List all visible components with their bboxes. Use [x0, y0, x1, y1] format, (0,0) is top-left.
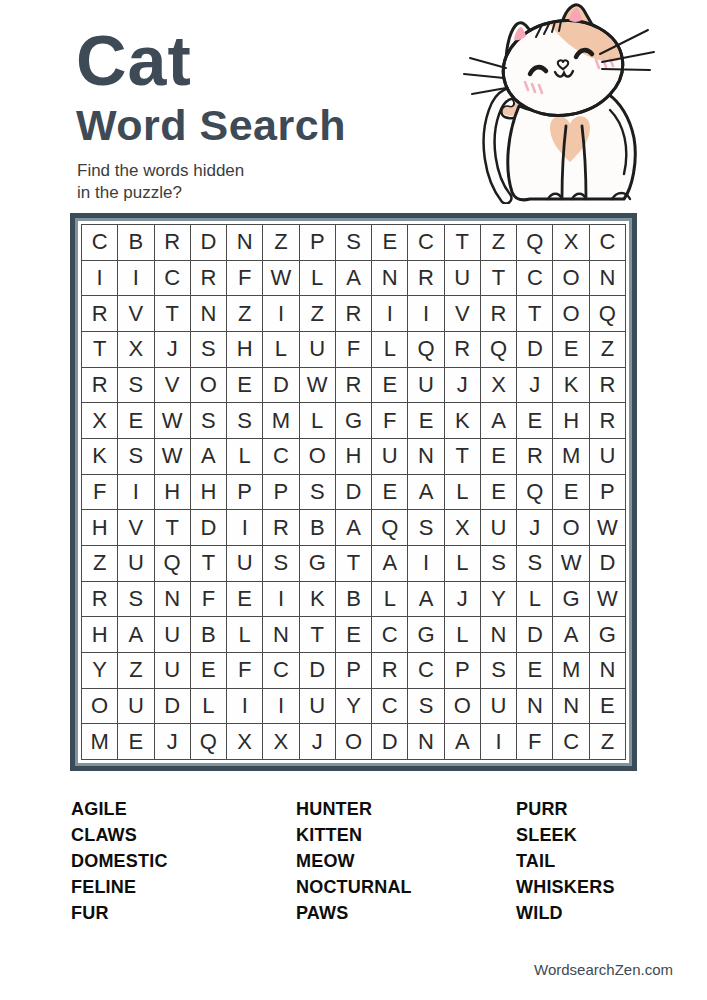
grid-cell-r11c1: R [82, 582, 117, 617]
grid-cell-r10c1: Z [82, 546, 117, 581]
grid-cell-r4c3: J [155, 332, 190, 367]
word-list-column-2: HUNTERKITTENMEOWNOCTURNALPAWS [296, 796, 412, 926]
grid-cell-r12c12: N [481, 617, 516, 652]
grid-cell-r9c8: A [336, 510, 371, 545]
grid-cell-r9c3: T [155, 510, 190, 545]
grid-cell-r5c8: R [336, 368, 371, 403]
footer-brand: WordsearchZen.com [534, 961, 673, 978]
grid-cell-r9c6: R [263, 510, 298, 545]
grid-cell-r5c7: W [300, 368, 335, 403]
grid-cell-r12c13: D [517, 617, 552, 652]
grid-cell-r8c10: A [408, 475, 443, 510]
grid-cell-r13c2: Z [118, 653, 153, 688]
grid-cell-r2c14: O [553, 261, 588, 296]
grid-cell-r7c5: L [227, 439, 262, 474]
grid-cell-r8c6: P [263, 475, 298, 510]
grid-cell-r2c10: R [408, 261, 443, 296]
grid-cell-r3c15: Q [590, 296, 625, 331]
grid-cell-r9c9: Q [372, 510, 407, 545]
grid-cell-r3c6: I [263, 296, 298, 331]
grid-cell-r11c5: E [227, 582, 262, 617]
grid-cell-r1c3: R [155, 225, 190, 260]
grid-cell-r3c9: I [372, 296, 407, 331]
grid-cell-r15c13: F [517, 724, 552, 759]
grid-cell-r6c12: A [481, 403, 516, 438]
grid-cell-r2c2: I [118, 261, 153, 296]
grid-cell-r13c15: N [590, 653, 625, 688]
grid-cell-r2c1: I [82, 261, 117, 296]
grid-cell-r5c9: E [372, 368, 407, 403]
grid-cell-r1c11: T [445, 225, 480, 260]
grid-cell-r11c7: K [300, 582, 335, 617]
grid-cell-r11c8: B [336, 582, 371, 617]
grid-cell-r2c8: A [336, 261, 371, 296]
grid-cell-r10c9: A [372, 546, 407, 581]
grid-cell-r7c8: H [336, 439, 371, 474]
grid-cell-r10c7: G [300, 546, 335, 581]
grid-cell-r6c7: L [300, 403, 335, 438]
grid-cell-r11c3: N [155, 582, 190, 617]
grid-cell-r4c14: E [553, 332, 588, 367]
grid-cell-r8c2: I [118, 475, 153, 510]
word-item-kitten: KITTEN [296, 822, 412, 848]
grid-cell-r6c5: S [227, 403, 262, 438]
grid-cell-r4c8: F [336, 332, 371, 367]
grid-cell-r12c4: B [191, 617, 226, 652]
cat-drawing-svg [462, 2, 704, 204]
grid-cell-r12c7: T [300, 617, 335, 652]
grid-cell-r2c4: R [191, 261, 226, 296]
grid-cell-r2c13: C [517, 261, 552, 296]
grid-cell-r6c9: F [372, 403, 407, 438]
word-list-column-3: PURRSLEEKTAILWHISKERSWILD [516, 796, 615, 926]
grid-cell-r5c5: E [227, 368, 262, 403]
grid-cell-r1c2: B [118, 225, 153, 260]
grid-cell-r11c2: S [118, 582, 153, 617]
grid-cell-r13c10: C [408, 653, 443, 688]
grid-cell-r6c1: X [82, 403, 117, 438]
grid-cell-r5c10: U [408, 368, 443, 403]
grid-cell-r9c10: S [408, 510, 443, 545]
grid-cell-r14c12: U [481, 689, 516, 724]
grid-cell-r4c15: Z [590, 332, 625, 367]
grid-cell-r3c12: R [481, 296, 516, 331]
grid-cell-r12c5: L [227, 617, 262, 652]
grid-cell-r10c13: S [517, 546, 552, 581]
grid-cell-r3c14: O [553, 296, 588, 331]
grid-cell-r6c3: W [155, 403, 190, 438]
grid-cell-r13c8: P [336, 653, 371, 688]
grid-cell-r13c9: R [372, 653, 407, 688]
grid-cell-r11c9: L [372, 582, 407, 617]
grid-cell-r15c12: I [481, 724, 516, 759]
grid-cell-r6c13: E [517, 403, 552, 438]
grid-cell-r12c8: E [336, 617, 371, 652]
grid-cell-r9c14: O [553, 510, 588, 545]
grid-cell-r2c7: L [300, 261, 335, 296]
grid-cell-r1c15: C [590, 225, 625, 260]
grid-cell-r12c3: U [155, 617, 190, 652]
cat-left-whiskers [464, 58, 506, 94]
grid-cell-r9c5: I [227, 510, 262, 545]
word-item-agile: AGILE [71, 796, 168, 822]
grid-cell-r2c5: F [227, 261, 262, 296]
grid-cell-r2c6: W [263, 261, 298, 296]
grid-cell-r4c11: R [445, 332, 480, 367]
grid-cell-r3c13: T [517, 296, 552, 331]
grid-cell-r15c6: X [263, 724, 298, 759]
instructions-line-1: Find the words hidden [77, 161, 244, 180]
grid-cell-r9c7: B [300, 510, 335, 545]
grid-cell-r7c1: K [82, 439, 117, 474]
grid-cell-r14c4: L [191, 689, 226, 724]
grid-cell-r10c6: S [263, 546, 298, 581]
grid-cell-r4c4: S [191, 332, 226, 367]
grid-cell-r10c2: U [118, 546, 153, 581]
grid-cell-r4c5: H [227, 332, 262, 367]
page-title: Cat [76, 26, 346, 96]
grid-cell-r13c4: E [191, 653, 226, 688]
word-item-sleek: SLEEK [516, 822, 615, 848]
grid-cell-r14c2: U [118, 689, 153, 724]
grid-cell-r15c7: J [300, 724, 335, 759]
grid-cell-r9c15: W [590, 510, 625, 545]
grid-cell-r7c2: S [118, 439, 153, 474]
grid-cell-r3c8: R [336, 296, 371, 331]
grid-cell-r8c7: S [300, 475, 335, 510]
grid-cell-r3c5: Z [227, 296, 262, 331]
grid-cell-r6c6: M [263, 403, 298, 438]
grid-cell-r14c1: O [82, 689, 117, 724]
grid-cell-r11c6: I [263, 582, 298, 617]
grid-cell-r14c3: D [155, 689, 190, 724]
grid-cell-r2c3: C [155, 261, 190, 296]
grid-cell-r14c8: Y [336, 689, 371, 724]
grid-cell-r11c4: F [191, 582, 226, 617]
word-item-meow: MEOW [296, 848, 412, 874]
grid-cell-r10c4: T [191, 546, 226, 581]
grid-cell-r5c15: R [590, 368, 625, 403]
word-search-grid-inner: CBRDNZPSECTZQXCIICRFWLANRUTCONRVTNZIZRII… [75, 218, 632, 766]
grid-cell-r15c9: D [372, 724, 407, 759]
grid-cell-r6c15: R [590, 403, 625, 438]
grid-cell-r4c12: Q [481, 332, 516, 367]
grid-cell-r7c11: T [445, 439, 480, 474]
word-search-grid-frame: CBRDNZPSECTZQXCIICRFWLANRUTCONRVTNZIZRII… [70, 213, 637, 771]
grid-cell-r12c10: G [408, 617, 443, 652]
grid-cell-r7c4: A [191, 439, 226, 474]
grid-cell-r10c10: I [408, 546, 443, 581]
grid-cell-r10c14: W [553, 546, 588, 581]
grid-cell-r15c4: Q [191, 724, 226, 759]
grid-cell-r10c8: T [336, 546, 371, 581]
word-item-hunter: HUNTER [296, 796, 412, 822]
grid-cell-r8c9: E [372, 475, 407, 510]
grid-cell-r9c13: J [517, 510, 552, 545]
grid-cell-r5c13: J [517, 368, 552, 403]
grid-cell-r13c6: C [263, 653, 298, 688]
grid-cell-r6c11: K [445, 403, 480, 438]
grid-cell-r8c12: E [481, 475, 516, 510]
grid-cell-r8c15: P [590, 475, 625, 510]
grid-cell-r7c10: N [408, 439, 443, 474]
title-block: Cat Word Search Find the words hiddenin … [76, 26, 346, 205]
grid-cell-r13c13: E [517, 653, 552, 688]
grid-cell-r6c2: E [118, 403, 153, 438]
word-item-purr: PURR [516, 796, 615, 822]
instructions-text: Find the words hiddenin the puzzle? [77, 160, 346, 205]
grid-cell-r13c7: D [300, 653, 335, 688]
grid-cell-r8c3: H [155, 475, 190, 510]
grid-cell-r13c11: P [445, 653, 480, 688]
grid-cell-r12c14: A [553, 617, 588, 652]
grid-cell-r14c9: C [372, 689, 407, 724]
grid-cell-r2c12: T [481, 261, 516, 296]
grid-cell-r13c1: Y [82, 653, 117, 688]
grid-cell-r14c6: I [263, 689, 298, 724]
grid-cell-r8c13: Q [517, 475, 552, 510]
grid-cell-r10c12: S [481, 546, 516, 581]
grid-cell-r8c4: H [191, 475, 226, 510]
grid-cell-r11c14: G [553, 582, 588, 617]
grid-cell-r14c14: N [553, 689, 588, 724]
grid-cell-r10c15: D [590, 546, 625, 581]
grid-cell-r1c12: Z [481, 225, 516, 260]
grid-cell-r7c14: M [553, 439, 588, 474]
grid-cell-r5c1: R [82, 368, 117, 403]
word-item-tail: TAIL [516, 848, 615, 874]
grid-cell-r8c14: E [553, 475, 588, 510]
grid-cell-r1c6: Z [263, 225, 298, 260]
grid-cell-r5c4: O [191, 368, 226, 403]
grid-cell-r6c8: G [336, 403, 371, 438]
grid-cell-r15c1: M [82, 724, 117, 759]
grid-cell-r4c2: X [118, 332, 153, 367]
grid-cell-r7c6: C [263, 439, 298, 474]
grid-cell-r3c10: I [408, 296, 443, 331]
grid-cell-r8c1: F [82, 475, 117, 510]
grid-cell-r5c3: V [155, 368, 190, 403]
grid-cell-r12c1: H [82, 617, 117, 652]
grid-cell-r11c15: W [590, 582, 625, 617]
grid-cell-r15c11: A [445, 724, 480, 759]
grid-cell-r8c11: L [445, 475, 480, 510]
grid-cell-r14c13: N [517, 689, 552, 724]
grid-cell-r12c15: G [590, 617, 625, 652]
grid-cell-r12c6: N [263, 617, 298, 652]
grid-cell-r1c8: S [336, 225, 371, 260]
grid-cell-r1c5: N [227, 225, 262, 260]
grid-cell-r1c13: Q [517, 225, 552, 260]
grid-cell-r4c13: D [517, 332, 552, 367]
grid-cell-r4c7: U [300, 332, 335, 367]
grid-cell-r10c11: L [445, 546, 480, 581]
grid-cell-r4c10: Q [408, 332, 443, 367]
instructions-line-2: in the puzzle? [77, 183, 182, 202]
grid-cell-r15c15: Z [590, 724, 625, 759]
grid-cell-r5c11: J [445, 368, 480, 403]
grid-cell-r14c10: S [408, 689, 443, 724]
word-item-domestic: DOMESTIC [71, 848, 168, 874]
grid-cell-r1c4: D [191, 225, 226, 260]
grid-cell-r14c5: I [227, 689, 262, 724]
grid-cell-r5c14: K [553, 368, 588, 403]
grid-cell-r3c4: N [191, 296, 226, 331]
grid-cell-r5c6: D [263, 368, 298, 403]
grid-cell-r3c3: T [155, 296, 190, 331]
cat-illustration [462, 2, 704, 204]
grid-cell-r7c7: O [300, 439, 335, 474]
grid-cell-r2c11: U [445, 261, 480, 296]
grid-cell-r3c2: V [118, 296, 153, 331]
grid-cell-r15c10: N [408, 724, 443, 759]
grid-cell-r7c9: U [372, 439, 407, 474]
grid-cell-r10c5: U [227, 546, 262, 581]
grid-cell-r6c10: E [408, 403, 443, 438]
word-item-feline: FELINE [71, 874, 168, 900]
grid-cell-r4c9: L [372, 332, 407, 367]
grid-cell-r14c7: U [300, 689, 335, 724]
grid-cell-r4c1: T [82, 332, 117, 367]
grid-cell-r7c13: R [517, 439, 552, 474]
word-item-paws: PAWS [296, 900, 412, 926]
grid-cell-r5c2: S [118, 368, 153, 403]
grid-cell-r13c5: F [227, 653, 262, 688]
grid-cell-r2c15: N [590, 261, 625, 296]
grid-cell-r3c11: V [445, 296, 480, 331]
grid-cell-r4c6: L [263, 332, 298, 367]
grid-cell-r11c11: J [445, 582, 480, 617]
grid-cell-r15c3: J [155, 724, 190, 759]
grid-cell-r12c2: A [118, 617, 153, 652]
grid-cell-r3c1: R [82, 296, 117, 331]
word-item-claws: CLAWS [71, 822, 168, 848]
grid-cell-r15c5: X [227, 724, 262, 759]
grid-cell-r1c10: C [408, 225, 443, 260]
grid-cell-r1c7: P [300, 225, 335, 260]
word-list-column-1: AGILECLAWSDOMESTICFELINEFUR [71, 796, 168, 926]
grid-cell-r5c12: X [481, 368, 516, 403]
word-item-fur: FUR [71, 900, 168, 926]
word-item-wild: WILD [516, 900, 615, 926]
grid-cell-r7c3: W [155, 439, 190, 474]
grid-cell-r12c9: C [372, 617, 407, 652]
letter-grid: CBRDNZPSECTZQXCIICRFWLANRUTCONRVTNZIZRII… [81, 224, 626, 760]
grid-cell-r6c4: S [191, 403, 226, 438]
grid-cell-r11c12: Y [481, 582, 516, 617]
grid-cell-r6c14: H [553, 403, 588, 438]
grid-cell-r7c15: U [590, 439, 625, 474]
page-subtitle: Word Search [76, 104, 346, 147]
grid-cell-r15c14: C [553, 724, 588, 759]
grid-cell-r2c9: N [372, 261, 407, 296]
grid-cell-r3c7: Z [300, 296, 335, 331]
grid-cell-r8c8: D [336, 475, 371, 510]
grid-cell-r13c14: M [553, 653, 588, 688]
grid-cell-r1c1: C [82, 225, 117, 260]
grid-cell-r15c2: E [118, 724, 153, 759]
grid-cell-r11c13: L [517, 582, 552, 617]
grid-cell-r1c9: E [372, 225, 407, 260]
grid-cell-r8c5: P [227, 475, 262, 510]
grid-cell-r13c3: U [155, 653, 190, 688]
word-item-whiskers: WHISKERS [516, 874, 615, 900]
grid-cell-r10c3: Q [155, 546, 190, 581]
grid-cell-r9c1: H [82, 510, 117, 545]
grid-cell-r14c15: E [590, 689, 625, 724]
grid-cell-r13c12: S [481, 653, 516, 688]
grid-cell-r7c12: E [481, 439, 516, 474]
grid-cell-r9c11: X [445, 510, 480, 545]
grid-cell-r14c11: O [445, 689, 480, 724]
grid-cell-r15c8: O [336, 724, 371, 759]
grid-cell-r9c12: U [481, 510, 516, 545]
grid-cell-r11c10: A [408, 582, 443, 617]
grid-cell-r1c14: X [553, 225, 588, 260]
grid-cell-r9c4: D [191, 510, 226, 545]
word-item-nocturnal: NOCTURNAL [296, 874, 412, 900]
grid-cell-r12c11: L [445, 617, 480, 652]
grid-cell-r9c2: V [118, 510, 153, 545]
